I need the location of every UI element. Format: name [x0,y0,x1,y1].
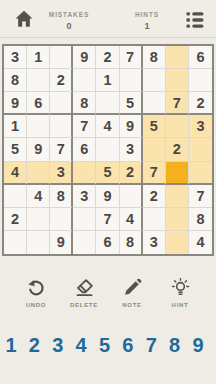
cell-r5c8[interactable]: 2 [166,138,189,161]
eraser-icon [74,277,95,298]
cell-r3c2[interactable]: 6 [27,92,50,115]
cell-r3c5[interactable] [96,92,119,115]
cell-r8c2[interactable] [27,208,50,231]
cell-r3c6[interactable]: 5 [120,92,143,115]
cell-r1c1[interactable]: 3 [4,46,27,69]
cell-r1c8[interactable] [166,46,189,69]
cell-r1c3[interactable] [50,46,73,69]
numpad-key-3[interactable]: 3 [51,334,65,357]
sudoku-board: 3192786821968572174953597632435274839272… [2,44,214,256]
cell-r8c4[interactable] [73,208,96,231]
cell-r4c4[interactable]: 7 [73,115,96,138]
cell-r4c5[interactable]: 4 [96,115,119,138]
cell-r2c7[interactable] [143,69,166,92]
cell-r7c3[interactable]: 8 [50,185,73,208]
cell-r6c6[interactable]: 2 [120,162,143,185]
undo-label: UNDO [26,302,46,308]
hints-counter: HINTS 1 [124,11,170,31]
cell-r3c3[interactable] [50,92,73,115]
note-label: NOTE [122,302,141,308]
cell-r8c1[interactable]: 2 [4,208,27,231]
delete-label: DELETE [70,302,98,308]
cell-r7c2[interactable]: 4 [27,185,50,208]
numpad-key-5[interactable]: 5 [98,334,112,357]
cell-r9c3[interactable]: 9 [50,231,73,254]
cell-r8c6[interactable]: 4 [120,208,143,231]
top-bar: MISTAKES 0 HINTS 1 [0,0,216,38]
cell-r4c6[interactable]: 9 [120,115,143,138]
cell-r7c1[interactable] [4,185,27,208]
cell-r9c1[interactable] [4,231,27,254]
cell-r7c7[interactable]: 2 [143,185,166,208]
cell-r5c9[interactable] [189,138,212,161]
cell-r2c2[interactable] [27,69,50,92]
numpad-key-1[interactable]: 1 [4,334,18,357]
numpad-key-4[interactable]: 4 [74,334,88,357]
cell-r2c3[interactable]: 2 [50,69,73,92]
cell-r2c1[interactable]: 8 [4,69,27,92]
cell-r2c5[interactable]: 1 [96,69,119,92]
cell-r3c1[interactable]: 9 [4,92,27,115]
cell-r7c4[interactable]: 3 [73,185,96,208]
sudoku-app-screen: MISTAKES 0 HINTS 1 319278682196857217495… [0,0,216,384]
cell-r4c8[interactable] [166,115,189,138]
cell-r9c9[interactable]: 4 [189,231,212,254]
cell-r5c1[interactable]: 5 [4,138,27,161]
cell-r7c5[interactable]: 9 [96,185,119,208]
cell-r6c7[interactable]: 7 [143,162,166,185]
numpad-key-9[interactable]: 9 [191,334,205,357]
cell-r2c9[interactable] [189,69,212,92]
cell-r8c7[interactable] [143,208,166,231]
cell-r5c7[interactable] [143,138,166,161]
note-button[interactable]: NOTE [108,277,156,315]
cell-r4c3[interactable] [50,115,73,138]
cell-r1c9[interactable]: 6 [189,46,212,69]
mistakes-counter: MISTAKES 0 [36,11,102,31]
home-icon [13,8,35,30]
cell-r2c8[interactable] [166,69,189,92]
cell-r3c7[interactable] [143,92,166,115]
cell-r7c9[interactable]: 7 [189,185,212,208]
cell-r6c2[interactable] [27,162,50,185]
hints-value: 1 [124,21,170,31]
cell-r1c6[interactable]: 7 [120,46,143,69]
cell-r6c1[interactable]: 4 [4,162,27,185]
cell-r7c8[interactable] [166,185,189,208]
cell-r9c4[interactable] [73,231,96,254]
cell-r8c8[interactable] [166,208,189,231]
cell-r4c7[interactable]: 5 [143,115,166,138]
cell-r8c9[interactable]: 8 [189,208,212,231]
cell-r8c3[interactable] [50,208,73,231]
cell-r6c3[interactable]: 3 [50,162,73,185]
cell-r1c2[interactable]: 1 [27,46,50,69]
delete-button[interactable]: DELETE [60,277,108,315]
cell-r5c5[interactable] [96,138,119,161]
cell-r1c4[interactable]: 9 [73,46,96,69]
cell-r4c9[interactable]: 3 [189,115,212,138]
cell-r9c8[interactable] [166,231,189,254]
cell-r8c5[interactable]: 7 [96,208,119,231]
cell-r3c9[interactable]: 2 [189,92,212,115]
cell-r9c7[interactable]: 3 [143,231,166,254]
lightbulb-icon [170,277,191,298]
hint-label: HINT [172,302,189,308]
cell-r5c6[interactable]: 3 [120,138,143,161]
cell-r2c6[interactable] [120,69,143,92]
numpad-key-7[interactable]: 7 [144,334,158,357]
hint-button[interactable]: HINT [156,277,204,315]
home-button[interactable] [13,8,35,30]
mistakes-value: 0 [36,21,102,31]
pencil-icon [122,277,143,298]
cell-r6c5[interactable]: 5 [96,162,119,185]
cell-r1c5[interactable]: 2 [96,46,119,69]
number-pad: 123456789 [0,332,216,358]
cell-r3c4[interactable]: 8 [73,92,96,115]
cell-r5c4[interactable]: 6 [73,138,96,161]
mistakes-label: MISTAKES [36,11,102,18]
toolbar: UNDO DELETE NOTE [0,277,216,315]
cell-r7c6[interactable] [120,185,143,208]
numpad-key-8[interactable]: 8 [168,334,182,357]
cell-r5c3[interactable]: 7 [50,138,73,161]
cell-r6c9[interactable] [189,162,212,185]
undo-icon [26,277,47,298]
cell-r9c2[interactable] [27,231,50,254]
menu-button[interactable] [183,8,207,30]
cell-r9c5[interactable]: 6 [96,231,119,254]
cell-r4c1[interactable]: 1 [4,115,27,138]
cell-r1c7[interactable]: 8 [143,46,166,69]
hints-label: HINTS [124,11,170,18]
cell-r6c8[interactable] [166,162,189,185]
list-menu-icon [183,8,207,32]
cell-r6c4[interactable] [73,162,96,185]
cell-r3c8[interactable]: 7 [166,92,189,115]
numpad-key-2[interactable]: 2 [27,334,41,357]
undo-button[interactable]: UNDO [12,277,60,315]
cell-r9c6[interactable]: 8 [120,231,143,254]
cell-r4c2[interactable] [27,115,50,138]
cell-r5c2[interactable]: 9 [27,138,50,161]
numpad-key-6[interactable]: 6 [121,334,135,357]
cell-r2c4[interactable] [73,69,96,92]
